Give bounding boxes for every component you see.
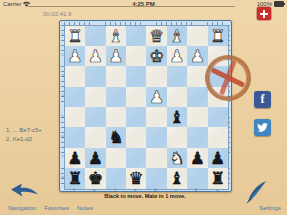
white-pawn[interactable]: ♟ — [106, 46, 126, 66]
rank-label-6: 6 — [61, 134, 64, 139]
file-label-f: f — [106, 187, 124, 191]
nav-item-favorites[interactable]: Favorites — [44, 205, 69, 211]
file-label-h: h — [65, 187, 83, 191]
app-screen: Carrier 4:25 PM 100% 00:02:41.9 ♜♝♛♝♜♟♟♟… — [0, 0, 287, 215]
black-knight[interactable]: ♞ — [106, 127, 126, 147]
square-b4[interactable] — [187, 87, 207, 107]
square-e5[interactable] — [126, 107, 146, 127]
elapsed-timer: 00:02:41.9 — [43, 11, 71, 17]
square-a1[interactable]: ♜ — [208, 26, 228, 46]
square-g3[interactable] — [85, 66, 105, 86]
square-g5[interactable] — [85, 107, 105, 127]
square-e1[interactable] — [126, 26, 146, 46]
square-e6[interactable] — [126, 127, 146, 147]
square-d3[interactable] — [146, 66, 166, 86]
square-e4[interactable] — [126, 87, 146, 107]
square-f5[interactable] — [106, 107, 126, 127]
move-list: 1. ... Be7-c5+ 2. Ke1-d2 — [6, 126, 42, 144]
nav-item-settings[interactable]: Settings — [259, 205, 281, 211]
square-c5[interactable]: ♝ — [167, 107, 187, 127]
square-c2[interactable]: ♟ — [167, 46, 187, 66]
square-h7[interactable]: ♟ — [65, 148, 85, 168]
twitter-bird-icon — [257, 123, 268, 132]
black-pawn[interactable]: ♟ — [65, 148, 85, 168]
square-f8[interactable] — [106, 168, 126, 188]
square-d1[interactable]: ♛ — [146, 26, 166, 46]
square-b7[interactable]: ♟ — [187, 148, 207, 168]
move-line: 2. Ke1-d2 — [6, 135, 42, 144]
white-pawn[interactable]: ♟ — [65, 46, 85, 66]
file-label-b: b — [187, 187, 205, 191]
white-king[interactable]: ♚ — [146, 46, 166, 66]
rank-label-4: 4 — [61, 93, 64, 98]
square-c3[interactable] — [167, 66, 187, 86]
file-label-e: e — [126, 187, 144, 191]
battery-icon — [274, 1, 284, 7]
square-a7[interactable]: ♟ — [208, 148, 228, 168]
white-rook[interactable]: ♜ — [65, 26, 85, 46]
square-a2[interactable] — [208, 46, 228, 66]
square-g4[interactable] — [85, 87, 105, 107]
black-pawn[interactable]: ♟ — [187, 148, 207, 168]
black-bishop[interactable]: ♝ — [167, 168, 187, 188]
nav-item-notes[interactable]: Notes — [77, 205, 93, 211]
black-king[interactable]: ♚ — [85, 168, 105, 188]
square-c6[interactable] — [167, 127, 187, 147]
twitter-share-button[interactable] — [254, 119, 271, 136]
square-d8[interactable] — [146, 168, 166, 188]
square-c1[interactable]: ♝ — [167, 26, 187, 46]
bottom-toolbar: Navigation Favorites Notes Settings — [0, 202, 287, 215]
white-pawn[interactable]: ♟ — [85, 46, 105, 66]
square-e8[interactable]: ♛ — [126, 168, 146, 188]
square-h3[interactable] — [65, 66, 85, 86]
white-rook[interactable]: ♜ — [208, 26, 228, 46]
square-g7[interactable]: ♟ — [85, 148, 105, 168]
white-queen[interactable]: ♛ — [146, 26, 166, 46]
square-h1[interactable]: ♜ — [65, 26, 85, 46]
square-a3[interactable] — [208, 66, 228, 86]
square-f2[interactable]: ♟ — [106, 46, 126, 66]
square-h2[interactable]: ♟ — [65, 46, 85, 66]
top-rule — [28, 6, 235, 7]
rank-label-3: 3 — [61, 73, 64, 78]
square-g1[interactable] — [85, 26, 105, 46]
square-h8[interactable]: ♜ — [65, 168, 85, 188]
red-flag-button[interactable] — [257, 7, 271, 20]
square-f1[interactable]: ♝ — [106, 26, 126, 46]
square-d5[interactable] — [146, 107, 166, 127]
square-d7[interactable] — [146, 148, 166, 168]
white-pawn[interactable]: ♟ — [187, 46, 207, 66]
square-e3[interactable] — [126, 66, 146, 86]
board-grid: ♜♝♛♝♜♟♟♟♚♟♟♟♝♞♟♟♞♟♟♜♚♛♝♜ — [64, 25, 229, 190]
square-b2[interactable]: ♟ — [187, 46, 207, 66]
square-g6[interactable] — [85, 127, 105, 147]
white-bishop[interactable]: ♝ — [167, 26, 187, 46]
rank-label-8: 8 — [61, 175, 64, 180]
square-d6[interactable] — [146, 127, 166, 147]
black-pawn[interactable]: ♟ — [85, 148, 105, 168]
square-g8[interactable]: ♚ — [85, 168, 105, 188]
quill-button[interactable] — [245, 180, 269, 204]
white-pawn[interactable]: ♟ — [167, 46, 187, 66]
status-bar: Carrier 4:25 PM 100% — [0, 0, 287, 10]
back-arrow-button[interactable] — [10, 183, 38, 197]
square-f7[interactable] — [106, 148, 126, 168]
square-c8[interactable]: ♝ — [167, 168, 187, 188]
square-e2[interactable] — [126, 46, 146, 66]
square-a6[interactable] — [208, 127, 228, 147]
rank-label-5: 5 — [61, 114, 64, 119]
nav-item-navigation[interactable]: Navigation — [8, 205, 36, 211]
file-label-a: a — [208, 187, 226, 191]
square-a8[interactable]: ♜ — [208, 168, 228, 188]
puzzle-caption: Black to move. Mate in 1 move. — [59, 193, 231, 199]
square-g2[interactable]: ♟ — [85, 46, 105, 66]
square-b1[interactable] — [187, 26, 207, 46]
square-b5[interactable] — [187, 107, 207, 127]
square-f3[interactable] — [106, 66, 126, 86]
square-c7[interactable]: ♞ — [167, 148, 187, 168]
square-b3[interactable] — [187, 66, 207, 86]
white-knight[interactable]: ♞ — [167, 148, 187, 168]
file-label-g: g — [85, 187, 103, 191]
square-b8[interactable] — [187, 168, 207, 188]
square-a4[interactable] — [208, 87, 228, 107]
square-c4[interactable] — [167, 87, 187, 107]
square-d2[interactable]: ♚ — [146, 46, 166, 66]
back-arrow-icon — [10, 183, 38, 197]
square-f6[interactable]: ♞ — [106, 127, 126, 147]
file-label-c: c — [167, 187, 185, 191]
square-h6[interactable] — [65, 127, 85, 147]
square-h4[interactable] — [65, 87, 85, 107]
move-line: 1. ... Be7-c5+ — [6, 126, 42, 135]
facebook-share-button[interactable]: f — [254, 91, 271, 108]
feather-quill-icon — [245, 180, 269, 204]
chess-board: ♜♝♛♝♜♟♟♟♚♟♟♟♝♞♟♟♞♟♟♜♚♛♝♜ 12345678 hgfedc… — [59, 20, 232, 192]
facebook-icon: f — [261, 92, 265, 107]
black-rook[interactable]: ♜ — [208, 168, 228, 188]
black-bishop[interactable]: ♝ — [167, 107, 187, 127]
white-cross-icon — [260, 10, 268, 18]
square-d4[interactable]: ♟ — [146, 87, 166, 107]
black-queen[interactable]: ♛ — [126, 168, 146, 188]
square-b6[interactable] — [187, 127, 207, 147]
white-pawn[interactable]: ♟ — [146, 87, 166, 107]
file-label-d: d — [146, 187, 164, 191]
rank-label-7: 7 — [61, 155, 64, 160]
black-rook[interactable]: ♜ — [65, 168, 85, 188]
black-pawn[interactable]: ♟ — [208, 148, 228, 168]
square-f4[interactable] — [106, 87, 126, 107]
square-a5[interactable] — [208, 107, 228, 127]
rank-label-2: 2 — [61, 53, 64, 58]
white-bishop[interactable]: ♝ — [106, 26, 126, 46]
rank-label-1: 1 — [61, 32, 64, 37]
square-h5[interactable] — [65, 107, 85, 127]
square-e7[interactable] — [126, 148, 146, 168]
